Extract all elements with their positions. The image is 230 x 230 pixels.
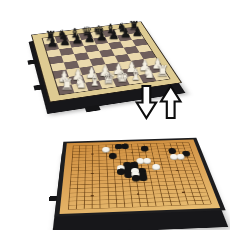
chess-piece-black-p: ♟ — [83, 29, 96, 43]
chess-piece-white-q: ♛ — [102, 69, 116, 85]
latch — [27, 59, 37, 64]
chess-piece-black-p: ♟ — [119, 25, 131, 39]
chess-piece-white-k: ♚ — [115, 68, 129, 84]
star-point — [91, 195, 94, 197]
chess-piece-white-r: ♜ — [60, 75, 74, 92]
chess-piece-white-b: ♝ — [88, 71, 102, 87]
chess-piece-white-n: ♞ — [142, 64, 156, 80]
flip-up-arrow-icon — [161, 86, 180, 118]
latch — [33, 84, 44, 90]
chess-piece-black-p: ♟ — [108, 27, 120, 41]
go-surface — [60, 139, 221, 214]
chess-piece-black-p: ♟ — [131, 24, 143, 38]
chess-piece-white-n: ♞ — [74, 73, 88, 90]
go-board — [55, 138, 226, 217]
grid-line — [68, 200, 209, 206]
flip-arrows — [135, 84, 185, 120]
chess-piece-black-p: ♟ — [59, 32, 72, 47]
chess-piece-black-p: ♟ — [95, 28, 107, 42]
chess-piece-black-p: ♟ — [46, 34, 59, 49]
flip-down-arrow-icon — [137, 86, 156, 118]
chess-piece-white-b: ♝ — [129, 66, 143, 82]
product-photo-reversible-chess-go-set: ♜♞♝♛♚♝♞♜♟♟♟♟♟♟♟♟♟♟♟♟♟♟♟♟♜♞♝♛♚♝♞♜ — [0, 0, 230, 230]
chess-piece-black-p: ♟ — [71, 31, 84, 45]
latch — [84, 105, 100, 112]
chess-piece-white-r: ♜ — [155, 62, 169, 78]
go-board-scene — [42, 116, 228, 228]
